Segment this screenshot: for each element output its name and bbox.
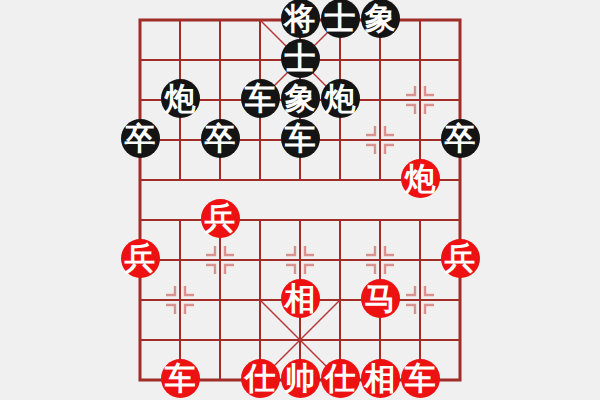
piece-glyph: 炮	[405, 163, 436, 194]
piece-glyph: 相	[285, 283, 316, 314]
piece-glyph: 士	[285, 43, 316, 74]
piece-glyph: 象	[285, 83, 316, 114]
piece-red-elephant[interactable]: 相	[281, 279, 320, 318]
piece-glyph: 车	[405, 363, 436, 394]
piece-red-soldier[interactable]: 兵	[121, 239, 160, 278]
piece-glyph: 士	[325, 3, 356, 34]
piece-red-elephant[interactable]: 相	[361, 359, 400, 398]
piece-black-advisor[interactable]: 士	[321, 0, 360, 38]
piece-glyph: 车	[285, 123, 316, 154]
piece-glyph: 象	[365, 3, 396, 34]
piece-red-general[interactable]: 帅	[281, 359, 320, 398]
pieces-layer: 将士象士炮车象炮卒卒车卒炮兵兵兵相马车仕帅仕相车	[120, 0, 480, 398]
piece-black-elephant[interactable]: 象	[281, 79, 320, 118]
piece-black-elephant[interactable]: 象	[361, 0, 400, 38]
piece-red-cannon[interactable]: 炮	[401, 159, 440, 198]
piece-red-soldier[interactable]: 兵	[441, 239, 480, 278]
piece-red-advisor[interactable]: 仕	[321, 359, 360, 398]
piece-glyph: 将	[285, 3, 316, 34]
piece-red-chariot[interactable]: 车	[161, 359, 200, 398]
piece-glyph: 炮	[165, 83, 196, 114]
piece-red-advisor[interactable]: 仕	[241, 359, 280, 398]
piece-glyph: 卒	[125, 123, 156, 154]
piece-black-chariot[interactable]: 车	[241, 79, 280, 118]
piece-black-advisor[interactable]: 士	[281, 39, 320, 78]
piece-red-horse[interactable]: 马	[361, 279, 400, 318]
piece-glyph: 卒	[205, 123, 236, 154]
piece-glyph: 兵	[445, 243, 476, 274]
piece-black-cannon[interactable]: 炮	[161, 79, 200, 118]
piece-black-soldier[interactable]: 卒	[121, 119, 160, 158]
piece-glyph: 仕	[325, 363, 356, 394]
piece-glyph: 兵	[205, 203, 236, 234]
piece-black-cannon[interactable]: 炮	[321, 79, 360, 118]
piece-glyph: 车	[245, 83, 276, 114]
piece-glyph: 兵	[125, 243, 156, 274]
piece-black-soldier[interactable]: 卒	[201, 119, 240, 158]
piece-red-chariot[interactable]: 车	[401, 359, 440, 398]
piece-glyph: 相	[365, 363, 396, 394]
xiangqi-app: 将士象士炮车象炮卒卒车卒炮兵兵兵相马车仕帅仕相车	[0, 0, 600, 400]
piece-glyph: 卒	[445, 123, 476, 154]
piece-black-soldier[interactable]: 卒	[441, 119, 480, 158]
piece-glyph: 帅	[285, 363, 316, 394]
piece-red-soldier[interactable]: 兵	[201, 199, 240, 238]
piece-black-chariot[interactable]: 车	[281, 119, 320, 158]
piece-glyph: 马	[365, 283, 396, 314]
piece-glyph: 仕	[245, 363, 276, 394]
piece-glyph: 炮	[325, 83, 356, 114]
piece-black-general[interactable]: 将	[281, 0, 320, 38]
piece-glyph: 车	[165, 363, 196, 394]
